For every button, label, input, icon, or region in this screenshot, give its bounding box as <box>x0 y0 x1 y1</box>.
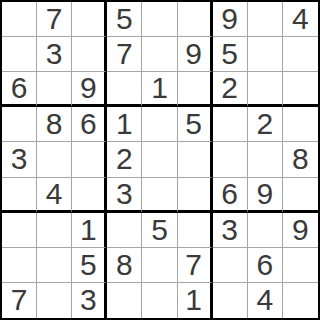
cell-r3c2-empty[interactable] <box>37 72 72 107</box>
cell-r3c6-empty[interactable] <box>178 72 213 107</box>
cell-r8c2-empty[interactable] <box>37 248 72 283</box>
cell-r8c5-empty[interactable] <box>142 248 177 283</box>
cell-r5c6-empty[interactable] <box>178 142 213 177</box>
cell-r6c5-empty[interactable] <box>142 178 177 213</box>
cell-r5c1-given[interactable]: 3 <box>2 142 37 177</box>
cell-r1c5-empty[interactable] <box>142 2 177 37</box>
cell-r4c4-given[interactable]: 1 <box>107 107 142 142</box>
cell-r2c1-empty[interactable] <box>2 37 37 72</box>
cell-r3c5-given[interactable]: 1 <box>142 72 177 107</box>
cell-r9c7-empty[interactable] <box>213 283 248 318</box>
cell-r3c9-empty[interactable] <box>283 72 318 107</box>
cell-r4c3-given[interactable]: 6 <box>72 107 107 142</box>
cell-r8c3-given[interactable]: 5 <box>72 248 107 283</box>
cell-r1c3-empty[interactable] <box>72 2 107 37</box>
cell-r4c9-empty[interactable] <box>283 107 318 142</box>
cell-r5c5-empty[interactable] <box>142 142 177 177</box>
cell-r2c4-given[interactable]: 7 <box>107 37 142 72</box>
cell-r4c8-given[interactable]: 2 <box>248 107 283 142</box>
cell-r5c2-empty[interactable] <box>37 142 72 177</box>
cell-r8c8-given[interactable]: 6 <box>248 248 283 283</box>
cell-r7c1-empty[interactable] <box>2 213 37 248</box>
cell-r1c2-given[interactable]: 7 <box>37 2 72 37</box>
sudoku-app: 759437956912861523284369153958767314 <box>0 0 320 320</box>
cell-r8c1-empty[interactable] <box>2 248 37 283</box>
cell-r7c5-given[interactable]: 5 <box>142 213 177 248</box>
cell-r2c9-empty[interactable] <box>283 37 318 72</box>
cell-r7c4-empty[interactable] <box>107 213 142 248</box>
cell-r5c7-empty[interactable] <box>213 142 248 177</box>
cell-r1c8-empty[interactable] <box>248 2 283 37</box>
cell-r8c4-given[interactable]: 8 <box>107 248 142 283</box>
cell-r6c2-given[interactable]: 4 <box>37 178 72 213</box>
cell-r1c7-given[interactable]: 9 <box>213 2 248 37</box>
cell-r7c3-given[interactable]: 1 <box>72 213 107 248</box>
cell-r2c3-empty[interactable] <box>72 37 107 72</box>
cell-r6c3-empty[interactable] <box>72 178 107 213</box>
cell-r6c8-given[interactable]: 9 <box>248 178 283 213</box>
cell-r3c3-given[interactable]: 9 <box>72 72 107 107</box>
cell-r2c2-given[interactable]: 3 <box>37 37 72 72</box>
cell-r3c4-empty[interactable] <box>107 72 142 107</box>
cell-r9c3-given[interactable]: 3 <box>72 283 107 318</box>
cell-r4c6-given[interactable]: 5 <box>178 107 213 142</box>
cell-r9c1-given[interactable]: 7 <box>2 283 37 318</box>
cell-r3c1-given[interactable]: 6 <box>2 72 37 107</box>
cell-r1c9-given[interactable]: 4 <box>283 2 318 37</box>
cell-r3c7-given[interactable]: 2 <box>213 72 248 107</box>
cell-r4c2-given[interactable]: 8 <box>37 107 72 142</box>
cell-r2c7-given[interactable]: 5 <box>213 37 248 72</box>
cell-r9c5-empty[interactable] <box>142 283 177 318</box>
cell-r4c7-empty[interactable] <box>213 107 248 142</box>
cell-r1c6-empty[interactable] <box>178 2 213 37</box>
cell-r8c9-empty[interactable] <box>283 248 318 283</box>
cell-r7c9-given[interactable]: 9 <box>283 213 318 248</box>
cell-r8c7-empty[interactable] <box>213 248 248 283</box>
cell-r9c4-empty[interactable] <box>107 283 142 318</box>
sudoku-board: 759437956912861523284369153958767314 <box>0 0 320 320</box>
cell-r9c2-empty[interactable] <box>37 283 72 318</box>
cell-r7c8-empty[interactable] <box>248 213 283 248</box>
cell-r1c4-given[interactable]: 5 <box>107 2 142 37</box>
cell-r3c8-empty[interactable] <box>248 72 283 107</box>
cell-r6c9-empty[interactable] <box>283 178 318 213</box>
cell-r9c6-given[interactable]: 1 <box>178 283 213 318</box>
cell-r9c9-empty[interactable] <box>283 283 318 318</box>
cell-r1c1-empty[interactable] <box>2 2 37 37</box>
cell-r6c1-empty[interactable] <box>2 178 37 213</box>
cell-r6c4-given[interactable]: 3 <box>107 178 142 213</box>
cell-r5c9-given[interactable]: 8 <box>283 142 318 177</box>
cell-r6c7-given[interactable]: 6 <box>213 178 248 213</box>
cell-r5c8-empty[interactable] <box>248 142 283 177</box>
cell-r5c4-given[interactable]: 2 <box>107 142 142 177</box>
cell-r4c1-empty[interactable] <box>2 107 37 142</box>
cell-r6c6-empty[interactable] <box>178 178 213 213</box>
cell-r2c5-empty[interactable] <box>142 37 177 72</box>
cell-r7c6-empty[interactable] <box>178 213 213 248</box>
cell-r2c6-given[interactable]: 9 <box>178 37 213 72</box>
cell-r4c5-empty[interactable] <box>142 107 177 142</box>
cell-r7c2-empty[interactable] <box>37 213 72 248</box>
cell-r2c8-empty[interactable] <box>248 37 283 72</box>
cell-r7c7-given[interactable]: 3 <box>213 213 248 248</box>
cell-r5c3-empty[interactable] <box>72 142 107 177</box>
cell-r9c8-given[interactable]: 4 <box>248 283 283 318</box>
cell-r8c6-given[interactable]: 7 <box>178 248 213 283</box>
